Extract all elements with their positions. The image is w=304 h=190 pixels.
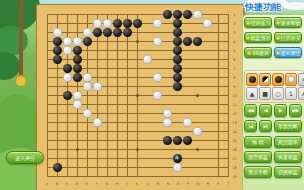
coordinate-letter: F xyxy=(94,182,100,186)
button-label: 棋盘演示 xyxy=(251,35,271,41)
black-stone xyxy=(123,28,132,37)
white-stone xyxy=(153,91,162,100)
white-stone xyxy=(193,127,202,136)
black-stone xyxy=(73,55,82,64)
fast-forward-button[interactable]: ▶▶ xyxy=(289,104,302,117)
coordinate-letter: A xyxy=(44,182,50,186)
help-button[interactable]: 请求帮助 xyxy=(274,17,302,28)
black-stone-tool[interactable] xyxy=(246,73,258,86)
exit-classroom-icon xyxy=(276,51,280,55)
markup-tool-■[interactable]: ■ xyxy=(259,87,271,100)
coordinate-letter: D xyxy=(74,182,80,186)
action-buttons-grid: 悔 棋死活题库清空棋盘恢复棋盘显示手数切换棋盘 xyxy=(244,136,302,178)
nav-controls-row: |◀▶| 形势判断 xyxy=(244,120,302,132)
tree-trunk xyxy=(19,0,23,82)
action-button[interactable]: 死活题库 xyxy=(274,136,302,148)
coordinate-number: 1 xyxy=(231,12,237,16)
coordinate-letter: C xyxy=(64,182,70,186)
coordinate-letter: Q xyxy=(195,182,201,186)
coordinate-letter: O xyxy=(175,182,181,186)
black-stone xyxy=(193,37,202,46)
white-stone xyxy=(73,91,82,100)
white-stone xyxy=(83,73,92,82)
white-stone xyxy=(153,37,162,46)
black-stone xyxy=(93,28,102,37)
white-stone xyxy=(163,118,172,127)
coordinate-letter: E xyxy=(84,182,90,186)
markup-tool-1[interactable]: 1 xyxy=(285,87,297,100)
tools-subpanel: ✕ ▲■○1A xyxy=(244,70,304,103)
black-stone xyxy=(173,82,182,91)
coordinate-number: 12 xyxy=(231,111,237,115)
coordinate-letter: B xyxy=(54,182,60,186)
white-stone xyxy=(193,10,202,19)
fast-rewind-button[interactable]: ◀◀ xyxy=(244,104,257,117)
black-stone xyxy=(183,10,192,19)
coordinate-number: 7 xyxy=(231,66,237,70)
open-lecture-icon xyxy=(276,36,280,40)
star-point xyxy=(136,148,139,151)
black-stone-tool-glyph xyxy=(249,76,256,83)
white-stone xyxy=(153,73,162,82)
coordinate-number: 3 xyxy=(231,30,237,34)
black-stone xyxy=(183,136,192,145)
alternate-stone-tool-glyph xyxy=(262,76,269,83)
black-stone xyxy=(173,28,182,37)
white-stone xyxy=(63,73,72,82)
white-stone xyxy=(173,163,182,172)
black-stone xyxy=(173,37,182,46)
action-button[interactable]: 显示手数 xyxy=(244,166,272,178)
pair-practice-button[interactable]: 结对练习 xyxy=(244,17,272,28)
markup-tool-○[interactable]: ○ xyxy=(272,87,284,100)
black-stone xyxy=(173,46,182,55)
black-stone-tool-glyph xyxy=(275,76,282,83)
black-stone xyxy=(173,55,182,64)
button-label: 结对练习 xyxy=(251,20,271,26)
coordinate-number: 15 xyxy=(231,138,237,142)
black-stone xyxy=(53,46,62,55)
alternate-stone-tool[interactable] xyxy=(259,73,271,86)
coordinate-letter: T xyxy=(225,182,231,186)
coordinate-letter: J xyxy=(125,182,131,186)
quick-panel-title: 快捷功能 xyxy=(245,1,303,14)
markup-tools-row: ▲■○1A xyxy=(246,87,304,100)
black-stone xyxy=(73,64,82,73)
coordinate-number: 11 xyxy=(231,102,237,106)
star-point xyxy=(136,94,139,97)
action-button[interactable]: 悔 棋 xyxy=(244,136,272,148)
coordinate-number: 2 xyxy=(231,21,237,25)
action-button[interactable]: 清空棋盘 xyxy=(244,151,272,163)
coordinate-number: 8 xyxy=(231,75,237,79)
white-stone xyxy=(73,37,82,46)
jump-end-button[interactable]: ▶| xyxy=(259,120,272,132)
star-point xyxy=(196,94,199,97)
white-stone xyxy=(83,109,92,118)
white-stone xyxy=(93,82,102,91)
white-stone xyxy=(83,82,92,91)
exit-classroom-button[interactable]: 退出课堂 xyxy=(274,47,302,58)
app-window: ABCDEFGHJKLMNOPQRST123456789101112131415… xyxy=(0,0,304,190)
white-stone xyxy=(93,19,102,28)
black-stone xyxy=(173,154,182,163)
coordinate-number: 13 xyxy=(231,120,237,124)
black-stone xyxy=(73,46,82,55)
coordinate-number: 18 xyxy=(231,165,237,169)
coordinate-letter: K xyxy=(135,182,141,186)
black-stone-tool[interactable] xyxy=(272,73,284,86)
white-stone-tool-glyph xyxy=(288,76,295,83)
black-stone xyxy=(63,91,72,100)
black-stone xyxy=(163,136,172,145)
star-point xyxy=(136,40,139,43)
coordinate-letter: G xyxy=(104,182,110,186)
white-stone xyxy=(63,46,72,55)
button-label: 打开讲义 xyxy=(281,35,301,41)
button-label: 99测评 xyxy=(252,50,268,56)
black-stone xyxy=(53,55,62,64)
white-stone xyxy=(83,28,92,37)
white-stone xyxy=(143,55,152,64)
button-label: 请求帮助 xyxy=(281,20,301,26)
white-stone xyxy=(63,37,72,46)
coordinate-number: 19 xyxy=(231,174,237,178)
black-stone xyxy=(73,73,82,82)
go-board[interactable]: ABCDEFGHJKLMNOPQRST123456789101112131415… xyxy=(36,4,244,190)
white-stone xyxy=(153,19,162,28)
stone-tools-row: ✕ xyxy=(246,73,304,86)
white-stone xyxy=(203,19,212,28)
coordinate-number: 16 xyxy=(231,147,237,151)
black-stone xyxy=(113,28,122,37)
coordinate-number: 5 xyxy=(231,48,237,52)
coordinate-letter: R xyxy=(205,182,211,186)
coordinate-number: 4 xyxy=(231,39,237,43)
white-stone xyxy=(73,100,82,109)
black-stone xyxy=(173,136,182,145)
button-label: 退出课堂 xyxy=(281,50,301,56)
coordinate-letter: S xyxy=(215,182,221,186)
quick-buttons-grid: 结对练习请求帮助棋盘演示打开讲义99测评退出课堂 xyxy=(244,17,302,58)
last-move-marker xyxy=(175,155,179,159)
black-stone xyxy=(83,37,92,46)
action-button[interactable]: 恢复棋盘 xyxy=(274,151,302,163)
coordinate-number: 14 xyxy=(231,129,237,133)
step-back-button[interactable]: ◀ xyxy=(259,104,272,117)
coordinate-number: 6 xyxy=(231,57,237,61)
black-stone xyxy=(53,163,62,172)
coordinate-letter: M xyxy=(155,182,161,186)
black-stone xyxy=(63,64,72,73)
black-stone xyxy=(133,19,142,28)
coordinate-number: 10 xyxy=(231,93,237,97)
tree-base xyxy=(15,75,27,87)
open-lecture-button[interactable]: 打开讲义 xyxy=(274,32,302,43)
judge-position-button[interactable]: 形势判断 xyxy=(274,120,302,132)
black-stone xyxy=(173,10,182,19)
quick-panel: 快捷功能 结对练习请求帮助棋盘演示打开讲义99测评退出课堂 ✕ ▲■○1A ◀◀… xyxy=(242,0,304,190)
coordinate-letter: N xyxy=(165,182,171,186)
coordinate-number: 17 xyxy=(231,156,237,160)
white-stone xyxy=(93,118,102,127)
white-stone xyxy=(103,19,112,28)
black-stone xyxy=(183,37,192,46)
markup-tool-A[interactable]: A xyxy=(298,87,304,100)
evaluation-icon xyxy=(247,51,251,55)
jump-start-button[interactable]: |◀ xyxy=(244,120,257,132)
help-icon xyxy=(276,21,280,25)
white-stone xyxy=(163,109,172,118)
enter-rating-button[interactable]: 进入评分 xyxy=(6,151,44,164)
black-stone xyxy=(113,19,122,28)
star-point xyxy=(76,148,79,151)
black-stone xyxy=(173,73,182,82)
black-stone xyxy=(123,19,132,28)
step-forward-button[interactable]: ▶ xyxy=(274,104,287,117)
coordinate-number: 9 xyxy=(231,84,237,88)
black-stone xyxy=(173,64,182,73)
board-demo-button[interactable]: 棋盘演示 xyxy=(244,32,272,43)
markup-tool-▲[interactable]: ▲ xyxy=(246,87,258,100)
white-stone xyxy=(183,118,192,127)
pair-practice-icon xyxy=(246,21,250,25)
board-demo-icon xyxy=(246,36,250,40)
white-stone xyxy=(53,28,62,37)
eraser-tool[interactable]: ✕ xyxy=(298,73,304,86)
white-stone-tool[interactable] xyxy=(285,73,297,86)
coordinate-letter: P xyxy=(185,182,191,186)
media-controls-row: ◀◀◀▶▶▶ xyxy=(244,104,302,117)
black-stone xyxy=(173,19,182,28)
black-stone xyxy=(163,10,172,19)
star-point xyxy=(196,148,199,151)
action-button[interactable]: 切换棋盘 xyxy=(274,166,302,178)
black-stone xyxy=(53,37,62,46)
evaluation-button[interactable]: 99测评 xyxy=(244,47,272,58)
black-stone xyxy=(103,28,112,37)
coordinate-letter: H xyxy=(114,182,120,186)
coordinate-letter: L xyxy=(145,182,151,186)
